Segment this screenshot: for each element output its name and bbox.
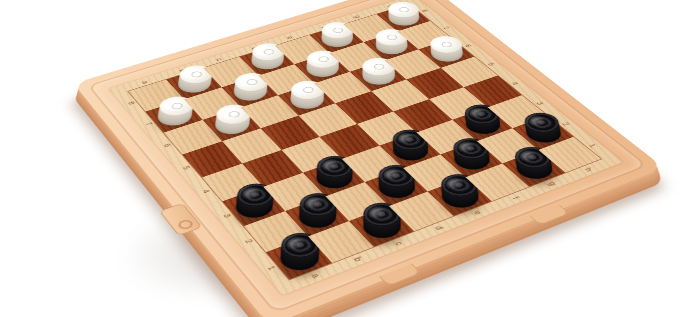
product-photo-stage: abcdefgh abcdefgh 87654321 87654321: [0, 0, 700, 317]
